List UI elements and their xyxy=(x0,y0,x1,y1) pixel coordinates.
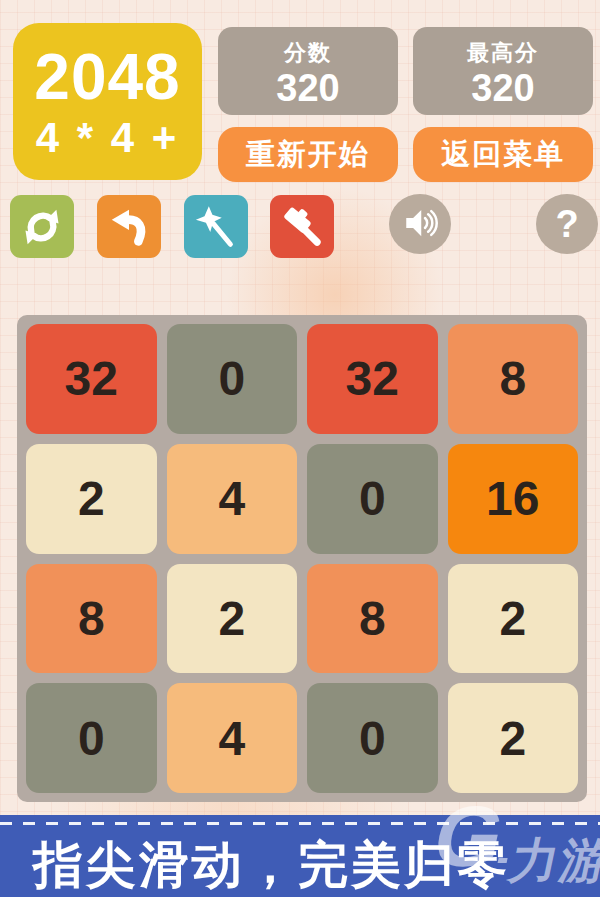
dashed-divider xyxy=(0,822,600,825)
best-score-panel: 最高分 320 xyxy=(413,27,593,115)
sound-button[interactable] xyxy=(389,194,451,254)
best-score-label: 最高分 xyxy=(413,38,593,68)
tile: 32 xyxy=(26,324,157,434)
magic-wand-icon xyxy=(193,204,239,250)
tile: 0 xyxy=(307,683,438,793)
score-label: 分数 xyxy=(218,38,398,68)
tile: 16 xyxy=(448,444,579,554)
help-button[interactable]: ? xyxy=(536,194,598,254)
logo-subtitle: 4 * 4 + xyxy=(36,117,180,159)
question-mark-icon: ? xyxy=(555,203,578,246)
undo-icon xyxy=(106,204,152,250)
score-panel: 分数 320 xyxy=(218,27,398,115)
tile: 32 xyxy=(307,324,438,434)
refresh-button[interactable] xyxy=(10,195,74,258)
restart-button[interactable]: 重新开始 xyxy=(218,127,398,182)
footer-slogan: 指尖滑动，完美归零 xyxy=(33,832,510,897)
tile: 8 xyxy=(307,564,438,674)
hammer-icon xyxy=(279,204,325,250)
refresh-icon xyxy=(19,204,65,250)
tile: 2 xyxy=(448,564,579,674)
footer-banner: 指尖滑动，完美归零 G 力游 xyxy=(0,815,600,897)
tile: 0 xyxy=(307,444,438,554)
score-value: 320 xyxy=(218,68,398,110)
magic-wand-button[interactable] xyxy=(184,195,248,258)
hammer-button[interactable] xyxy=(270,195,334,258)
tile: 0 xyxy=(26,683,157,793)
tile: 8 xyxy=(448,324,579,434)
tile: 8 xyxy=(26,564,157,674)
tile: 0 xyxy=(167,324,298,434)
best-score-value: 320 xyxy=(413,68,593,110)
logo-title: 2048 xyxy=(34,45,180,109)
tile: 2 xyxy=(448,683,579,793)
undo-button[interactable] xyxy=(97,195,161,258)
tile: 2 xyxy=(167,564,298,674)
board[interactable]: 3203282401682820402 xyxy=(17,315,587,802)
speaker-icon xyxy=(400,203,440,246)
return-menu-button[interactable]: 返回菜单 xyxy=(413,127,593,182)
tile: 2 xyxy=(26,444,157,554)
game-logo: 2048 4 * 4 + xyxy=(13,23,202,180)
tile: 4 xyxy=(167,444,298,554)
game-screen: 2048 4 * 4 + 分数 320 最高分 320 重新开始 返回菜单 xyxy=(0,0,600,897)
tile: 4 xyxy=(167,683,298,793)
